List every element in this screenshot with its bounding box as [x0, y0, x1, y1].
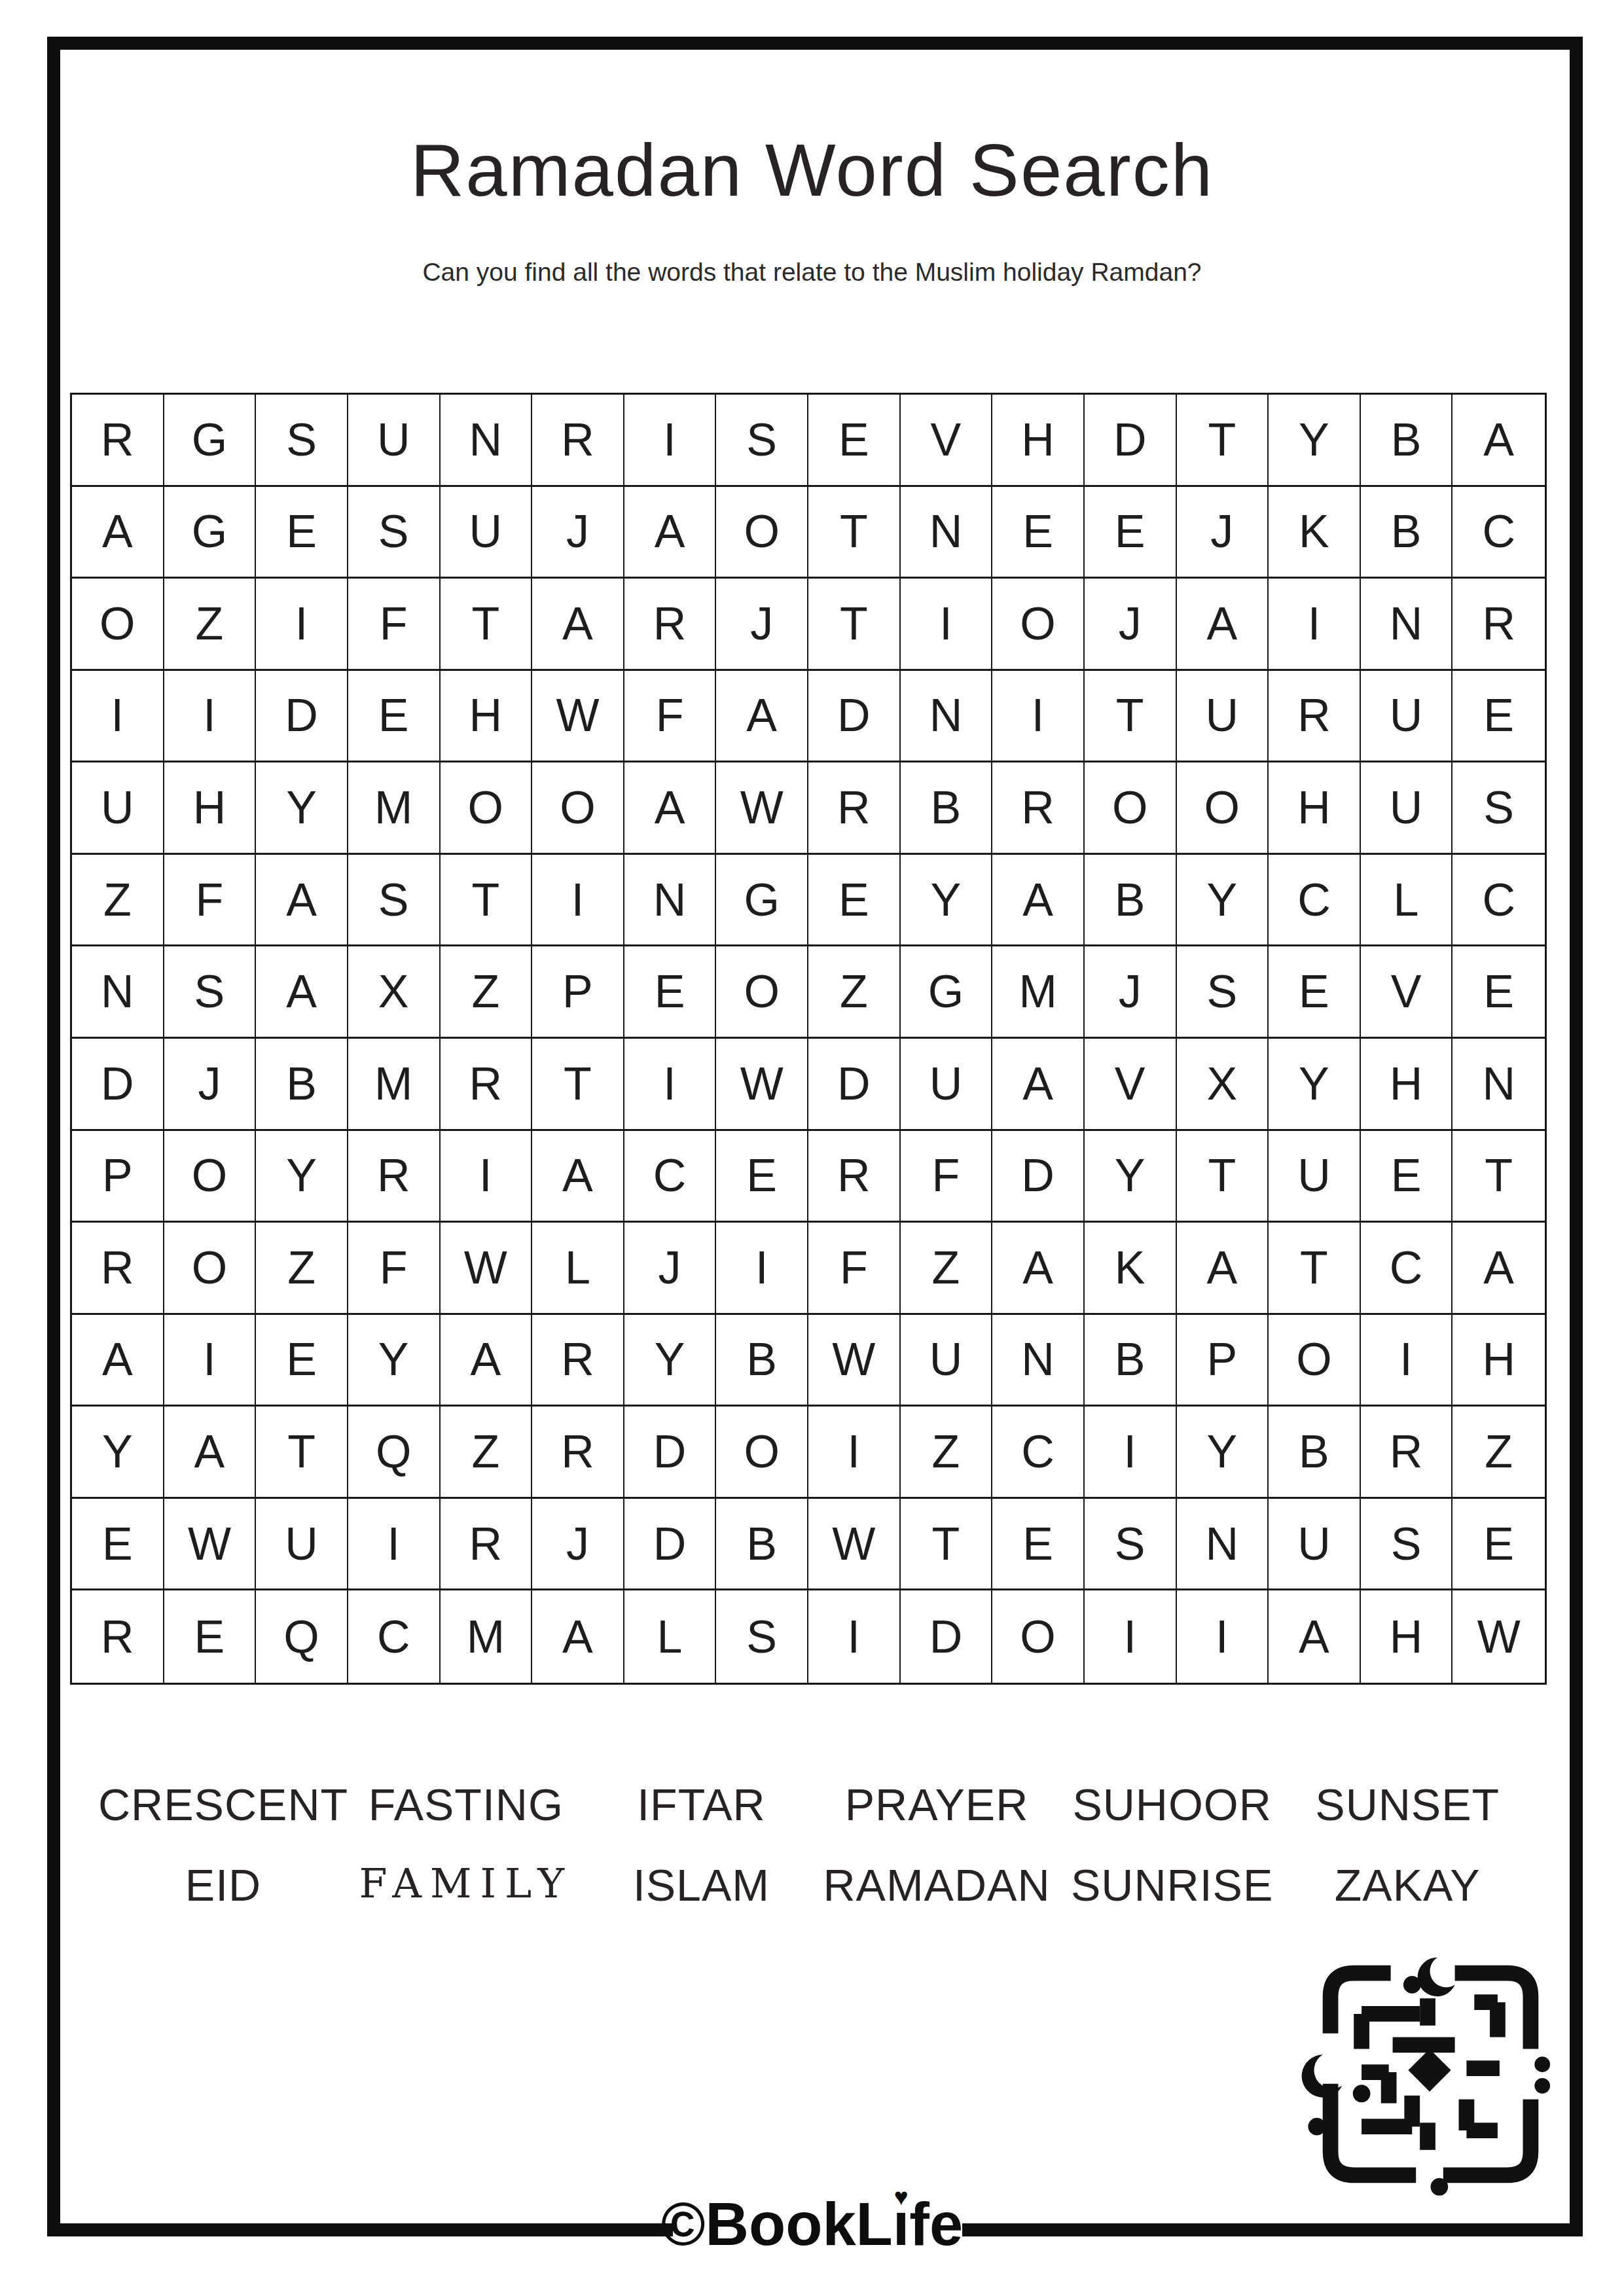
word-fasting: FASTING: [348, 1782, 584, 1828]
grid-cell-r8c13: X: [1177, 1039, 1269, 1131]
grid-cell-r10c15: C: [1361, 1223, 1453, 1315]
grid-cell-r11c7: Y: [624, 1315, 717, 1407]
grid-cell-r13c10: T: [901, 1499, 993, 1591]
grid-cell-r6c6: I: [532, 855, 624, 947]
page-border-right: [1570, 37, 1583, 2236]
grid-cell-r14c7: L: [624, 1590, 717, 1683]
grid-cell-r14c4: C: [348, 1590, 441, 1683]
grid-cell-r3c9: T: [808, 579, 901, 671]
grid-cell-r13c12: S: [1085, 1499, 1177, 1591]
grid-cell-r4c3: D: [256, 671, 348, 763]
grid-cell-r7c4: X: [348, 946, 441, 1039]
grid-cell-r11c15: I: [1361, 1315, 1453, 1407]
grid-cell-r9c8: E: [716, 1131, 808, 1223]
grid-cell-r7c10: G: [901, 946, 993, 1039]
grid-cell-r3c13: A: [1177, 579, 1269, 671]
grid-cell-r1c8: S: [716, 395, 808, 487]
word-eid: EID: [98, 1862, 348, 1909]
grid-cell-r10c13: A: [1177, 1223, 1269, 1315]
grid-cell-r8c3: B: [256, 1039, 348, 1131]
grid-cell-r6c4: S: [348, 855, 441, 947]
grid-cell-r1c4: U: [348, 395, 441, 487]
grid-cell-r3c10: I: [901, 579, 993, 671]
grid-cell-r13c16: E: [1453, 1499, 1545, 1591]
grid-cell-r8c2: J: [164, 1039, 257, 1131]
grid-cell-r6c3: A: [256, 855, 348, 947]
grid-cell-r4c15: U: [1361, 671, 1453, 763]
word-ramadan: RAMADAN: [819, 1862, 1055, 1909]
grid-cell-r7c12: J: [1085, 946, 1177, 1039]
word-list: CRESCENTFASTINGIFTARPRAYERSUHOORSUNSETEI…: [98, 1782, 1525, 1909]
grid-cell-r2c1: A: [72, 487, 164, 579]
grid-cell-r2c10: N: [901, 487, 993, 579]
grid-cell-r14c12: I: [1085, 1590, 1177, 1683]
grid-cell-r14c9: I: [808, 1590, 901, 1683]
grid-cell-r13c7: D: [624, 1499, 717, 1591]
grid-cell-r12c4: Q: [348, 1407, 441, 1499]
grid-cell-r6c11: A: [992, 855, 1085, 947]
booklife-logo: ©BookLı♥fe: [0, 2193, 1624, 2256]
grid-cell-r9c7: C: [624, 1131, 717, 1223]
grid-cell-r10c16: A: [1453, 1223, 1545, 1315]
grid-cell-r11c9: W: [808, 1315, 901, 1407]
grid-cell-r11c2: I: [164, 1315, 257, 1407]
grid-cell-r6c10: Y: [901, 855, 993, 947]
grid-cell-r3c6: A: [532, 579, 624, 671]
worksheet-page: Ramadan Word Search Can you find all the…: [0, 0, 1624, 2296]
grid-cell-r12c16: Z: [1453, 1407, 1545, 1499]
booklife-logo-post: fe: [909, 2191, 963, 2257]
grid-cell-r13c2: W: [164, 1499, 257, 1591]
grid-cell-r11c8: B: [716, 1315, 808, 1407]
grid-cell-r10c3: Z: [256, 1223, 348, 1315]
grid-cell-r5c9: R: [808, 762, 901, 855]
grid-cell-r6c5: T: [441, 855, 533, 947]
grid-cell-r1c10: V: [901, 395, 993, 487]
heart-icon: ♥: [894, 2185, 909, 2210]
grid-cell-r5c5: O: [441, 762, 533, 855]
grid-cell-r4c4: E: [348, 671, 441, 763]
grid-cell-r4c9: D: [808, 671, 901, 763]
grid-cell-r11c11: N: [992, 1315, 1085, 1407]
grid-cell-r9c6: A: [532, 1131, 624, 1223]
grid-cell-r14c11: O: [992, 1590, 1085, 1683]
word-sunrise: SUNRISE: [1055, 1862, 1290, 1909]
grid-cell-r5c12: O: [1085, 762, 1177, 855]
grid-cell-r4c12: T: [1085, 671, 1177, 763]
grid-cell-r7c3: A: [256, 946, 348, 1039]
grid-cell-r5c4: M: [348, 762, 441, 855]
grid-cell-r7c9: Z: [808, 946, 901, 1039]
grid-cell-r7c7: E: [624, 946, 717, 1039]
grid-cell-r2c3: E: [256, 487, 348, 579]
grid-cell-r12c7: D: [624, 1407, 717, 1499]
grid-cell-r14c16: W: [1453, 1590, 1545, 1683]
grid-cell-r7c15: V: [1361, 946, 1453, 1039]
grid-cell-r8c8: W: [716, 1039, 808, 1131]
grid-cell-r12c11: C: [992, 1407, 1085, 1499]
grid-cell-r12c12: I: [1085, 1407, 1177, 1499]
word-crescent: CRESCENT: [98, 1782, 348, 1828]
word-sunset: SUNSET: [1290, 1782, 1525, 1828]
grid-cell-r8c15: H: [1361, 1039, 1453, 1131]
grid-cell-r6c15: L: [1361, 855, 1453, 947]
grid-cell-r14c14: A: [1269, 1590, 1361, 1683]
grid-cell-r9c11: D: [992, 1131, 1085, 1223]
grid-cell-r11c14: O: [1269, 1315, 1361, 1407]
grid-cell-r7c1: N: [72, 946, 164, 1039]
grid-cell-r4c6: W: [532, 671, 624, 763]
grid-cell-r1c12: D: [1085, 395, 1177, 487]
grid-cell-r3c2: Z: [164, 579, 257, 671]
grid-cell-r9c4: R: [348, 1131, 441, 1223]
grid-cell-r12c8: O: [716, 1407, 808, 1499]
grid-cell-r1c1: R: [72, 395, 164, 487]
page-border-left: [47, 37, 60, 2236]
grid-cell-r12c10: Z: [901, 1407, 993, 1499]
grid-cell-r1c13: T: [1177, 395, 1269, 487]
grid-cell-r6c13: Y: [1177, 855, 1269, 947]
grid-cell-r2c2: G: [164, 487, 257, 579]
grid-cell-r1c5: N: [441, 395, 533, 487]
grid-cell-r3c3: I: [256, 579, 348, 671]
grid-cell-r12c9: I: [808, 1407, 901, 1499]
grid-cell-r2c11: E: [992, 487, 1085, 579]
grid-cell-r2c6: J: [532, 487, 624, 579]
grid-cell-r5c13: O: [1177, 762, 1269, 855]
grid-cell-r11c3: E: [256, 1315, 348, 1407]
grid-cell-r5c10: B: [901, 762, 993, 855]
page-title: Ramadan Word Search: [0, 127, 1624, 213]
grid-cell-r13c3: U: [256, 1499, 348, 1591]
grid-cell-r10c11: A: [992, 1223, 1085, 1315]
grid-cell-r14c2: E: [164, 1590, 257, 1683]
grid-cell-r7c6: P: [532, 946, 624, 1039]
grid-cell-r13c1: E: [72, 1499, 164, 1591]
grid-cell-r4c5: H: [441, 671, 533, 763]
grid-cell-r6c8: G: [716, 855, 808, 947]
grid-cell-r13c4: I: [348, 1499, 441, 1591]
grid-cell-r8c9: D: [808, 1039, 901, 1131]
grid-cell-r5c8: W: [716, 762, 808, 855]
grid-cell-r11c4: Y: [348, 1315, 441, 1407]
grid-cell-r1c16: A: [1453, 395, 1545, 487]
grid-cell-r12c2: A: [164, 1407, 257, 1499]
grid-cell-r5c1: U: [72, 762, 164, 855]
grid-cell-r13c11: E: [992, 1499, 1085, 1591]
grid-cell-r7c8: O: [716, 946, 808, 1039]
grid-cell-r2c4: S: [348, 487, 441, 579]
grid-cell-r12c3: T: [256, 1407, 348, 1499]
grid-cell-r3c7: R: [624, 579, 717, 671]
grid-cell-r8c6: T: [532, 1039, 624, 1131]
grid-cell-r2c13: J: [1177, 487, 1269, 579]
grid-cell-r3c14: I: [1269, 579, 1361, 671]
grid-cell-r1c7: I: [624, 395, 717, 487]
word-prayer: PRAYER: [819, 1782, 1055, 1828]
grid-cell-r10c1: R: [72, 1223, 164, 1315]
grid-cell-r13c15: S: [1361, 1499, 1453, 1591]
grid-cell-r10c14: T: [1269, 1223, 1361, 1315]
grid-cell-r10c4: F: [348, 1223, 441, 1315]
grid-cell-r12c14: B: [1269, 1407, 1361, 1499]
grid-cell-r10c9: F: [808, 1223, 901, 1315]
grid-cell-r9c15: E: [1361, 1131, 1453, 1223]
grid-cell-r14c15: H: [1361, 1590, 1453, 1683]
grid-cell-r11c10: U: [901, 1315, 993, 1407]
grid-cell-r14c3: Q: [256, 1590, 348, 1683]
grid-cell-r4c13: U: [1177, 671, 1269, 763]
grid-cell-r10c12: K: [1085, 1223, 1177, 1315]
word-zakay: ZAKAY: [1290, 1862, 1525, 1909]
grid-cell-r6c7: N: [624, 855, 717, 947]
grid-cell-r11c1: A: [72, 1315, 164, 1407]
grid-cell-r5c16: S: [1453, 762, 1545, 855]
grid-cell-r9c10: F: [901, 1131, 993, 1223]
grid-cell-r9c2: O: [164, 1131, 257, 1223]
grid-cell-r13c8: B: [716, 1499, 808, 1591]
grid-cell-r9c16: T: [1453, 1131, 1545, 1223]
grid-cell-r8c5: R: [441, 1039, 533, 1131]
grid-cell-r8c12: V: [1085, 1039, 1177, 1131]
grid-cell-r14c6: A: [532, 1590, 624, 1683]
grid-cell-r9c9: R: [808, 1131, 901, 1223]
booklife-logo-pre: ©BookL: [661, 2191, 893, 2257]
grid-cell-r6c9: E: [808, 855, 901, 947]
grid-cell-r12c15: R: [1361, 1407, 1453, 1499]
grid-cell-r12c1: Y: [72, 1407, 164, 1499]
grid-cell-r3c8: J: [716, 579, 808, 671]
grid-cell-r13c5: R: [441, 1499, 533, 1591]
grid-cell-r14c1: R: [72, 1590, 164, 1683]
grid-cell-r12c13: Y: [1177, 1407, 1269, 1499]
grid-cell-r8c7: I: [624, 1039, 717, 1131]
grid-cell-r14c10: D: [901, 1590, 993, 1683]
word-search-grid: RGSUNRISEVHDTYBAAGESUJAOTNEEJKBCOZIFTARJ…: [70, 393, 1547, 1685]
grid-cell-r2c16: C: [1453, 487, 1545, 579]
grid-cell-r1c6: R: [532, 395, 624, 487]
grid-cell-r5c15: U: [1361, 762, 1453, 855]
word-family: FAMILY: [348, 1862, 584, 1909]
word-suhoor: SUHOOR: [1055, 1782, 1290, 1828]
page-subtitle: Can you find all the words that relate t…: [0, 258, 1624, 287]
grid-cell-r11c13: P: [1177, 1315, 1269, 1407]
grid-cell-r6c16: C: [1453, 855, 1545, 947]
grid-cell-r10c5: W: [441, 1223, 533, 1315]
grid-cell-r6c12: B: [1085, 855, 1177, 947]
grid-cell-r8c10: U: [901, 1039, 993, 1131]
grid-cell-r4c8: A: [716, 671, 808, 763]
grid-cell-r3c16: R: [1453, 579, 1545, 671]
grid-cell-r10c6: L: [532, 1223, 624, 1315]
grid-cell-r10c10: Z: [901, 1223, 993, 1315]
grid-cell-r1c15: B: [1361, 395, 1453, 487]
grid-cell-r14c8: S: [716, 1590, 808, 1683]
grid-cell-r14c13: I: [1177, 1590, 1269, 1683]
grid-cell-r7c5: Z: [441, 946, 533, 1039]
grid-cell-r7c11: M: [992, 946, 1085, 1039]
grid-cell-r3c15: N: [1361, 579, 1453, 671]
grid-cell-r2c9: T: [808, 487, 901, 579]
grid-cell-r4c14: R: [1269, 671, 1361, 763]
word-islam: ISLAM: [584, 1862, 820, 1909]
grid-cell-r11c16: H: [1453, 1315, 1545, 1407]
page-border-top: [47, 37, 1583, 50]
grid-cell-r8c14: Y: [1269, 1039, 1361, 1131]
grid-cell-r1c11: H: [992, 395, 1085, 487]
grid-cell-r8c16: N: [1453, 1039, 1545, 1131]
grid-cell-r3c11: O: [992, 579, 1085, 671]
grid-cell-r2c7: A: [624, 487, 717, 579]
grid-cell-r13c14: U: [1269, 1499, 1361, 1591]
grid-cell-r1c2: G: [164, 395, 257, 487]
grid-cell-r8c4: M: [348, 1039, 441, 1131]
grid-cell-r9c1: P: [72, 1131, 164, 1223]
grid-cell-r3c5: T: [441, 579, 533, 671]
grid-cell-r5c3: Y: [256, 762, 348, 855]
grid-cell-r4c16: E: [1453, 671, 1545, 763]
grid-cell-r2c15: B: [1361, 487, 1453, 579]
grid-cell-r14c5: M: [441, 1590, 533, 1683]
grid-cell-r6c14: C: [1269, 855, 1361, 947]
grid-cell-r5c14: H: [1269, 762, 1361, 855]
grid-cell-r10c7: J: [624, 1223, 717, 1315]
grid-cell-r2c8: O: [716, 487, 808, 579]
word-iftar: IFTAR: [584, 1782, 820, 1828]
grid-cell-r9c12: Y: [1085, 1131, 1177, 1223]
grid-cell-r10c2: O: [164, 1223, 257, 1315]
grid-cell-r2c12: E: [1085, 487, 1177, 579]
grid-cell-r8c1: D: [72, 1039, 164, 1131]
grid-cell-r5c6: O: [532, 762, 624, 855]
grid-cell-r11c12: B: [1085, 1315, 1177, 1407]
grid-cell-r5c11: R: [992, 762, 1085, 855]
grid-cell-r7c13: S: [1177, 946, 1269, 1039]
grid-cell-r13c6: J: [532, 1499, 624, 1591]
grid-cell-r12c6: R: [532, 1407, 624, 1499]
grid-cell-r5c2: H: [164, 762, 257, 855]
grid-cell-r8c11: A: [992, 1039, 1085, 1131]
booklife-logo-i: ı♥: [893, 2193, 910, 2256]
grid-cell-r4c10: N: [901, 671, 993, 763]
grid-cell-r4c7: F: [624, 671, 717, 763]
grid-cell-r5c7: A: [624, 762, 717, 855]
grid-cell-r11c5: A: [441, 1315, 533, 1407]
grid-cell-r13c9: W: [808, 1499, 901, 1591]
grid-cell-r13c13: N: [1177, 1499, 1269, 1591]
grid-cell-r9c5: I: [441, 1131, 533, 1223]
grid-cell-r3c1: O: [72, 579, 164, 671]
grid-cell-r4c11: I: [992, 671, 1085, 763]
grid-cell-r6c1: Z: [72, 855, 164, 947]
grid-cell-r4c1: I: [72, 671, 164, 763]
grid-cell-r1c14: Y: [1269, 395, 1361, 487]
grid-cell-r4c2: I: [164, 671, 257, 763]
grid-cell-r1c9: E: [808, 395, 901, 487]
grid-cell-r7c16: E: [1453, 946, 1545, 1039]
grid-cell-r1c3: S: [256, 395, 348, 487]
grid-cell-r9c13: T: [1177, 1131, 1269, 1223]
grid-cell-r10c8: I: [716, 1223, 808, 1315]
grid-cell-r7c14: E: [1269, 946, 1361, 1039]
grid-cell-r11c6: R: [532, 1315, 624, 1407]
grid-cell-r12c5: Z: [441, 1407, 533, 1499]
grid-cell-r9c3: Y: [256, 1131, 348, 1223]
grid-cell-r7c2: S: [164, 946, 257, 1039]
grid-cell-r6c2: F: [164, 855, 257, 947]
eid-mubarak-calligraphy-icon: [1301, 1948, 1558, 2200]
grid-cell-r2c5: U: [441, 487, 533, 579]
grid-cell-r9c14: U: [1269, 1131, 1361, 1223]
grid-cell-r3c4: F: [348, 579, 441, 671]
grid-cell-r2c14: K: [1269, 487, 1361, 579]
grid-cell-r3c12: J: [1085, 579, 1177, 671]
